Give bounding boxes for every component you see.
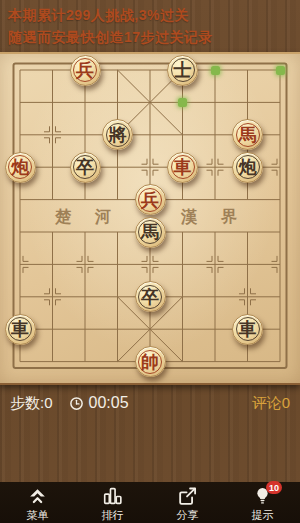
record-holder-text: 随遇而安最快创造17步过关记录 [8, 26, 296, 48]
red-piece-兵[interactable]: 兵 [70, 55, 101, 86]
menu-icon [26, 485, 49, 507]
red-piece-帥[interactable]: 帥 [135, 346, 166, 377]
status-bar: 步数:0 00:05 评论0 [0, 389, 300, 417]
piece-glyph: 炮 [6, 153, 35, 182]
nav-item-share[interactable]: 分享 [150, 482, 225, 523]
share-icon [176, 485, 199, 507]
black-piece-將[interactable]: 將 [102, 119, 133, 150]
red-piece-兵[interactable]: 兵 [135, 184, 166, 215]
black-piece-馬[interactable]: 馬 [135, 217, 166, 248]
piece-glyph: 帥 [136, 347, 165, 376]
black-piece-炮[interactable]: 炮 [232, 152, 263, 183]
ranking-icon [101, 485, 124, 507]
piece-glyph: 士 [168, 56, 197, 85]
xiangqi-board[interactable]: 楚 河 漢 界 兵士將馬炮卒車炮兵馬卒車車帥 [0, 52, 300, 385]
piece-glyph: 卒 [71, 153, 100, 182]
challenge-stats-text: 本期累计299人挑战,3%过关 [8, 4, 296, 26]
nav-label-menu: 菜单 [27, 508, 49, 523]
black-piece-士[interactable]: 士 [167, 55, 198, 86]
hint-count-badge: 10 [266, 481, 282, 494]
elapsed-time: 00:05 [89, 394, 129, 412]
move-count: 步数:0 [10, 394, 53, 413]
nav-item-ranking[interactable]: 排行 [75, 482, 150, 523]
piece-glyph: 馬 [136, 218, 165, 247]
piece-glyph: 兵 [71, 56, 100, 85]
black-piece-卒[interactable]: 卒 [70, 152, 101, 183]
piece-glyph: 炮 [233, 153, 262, 182]
piece-glyph: 卒 [136, 282, 165, 311]
header: 本期累计299人挑战,3%过关 随遇而安最快创造17步过关记录 [8, 4, 296, 48]
piece-glyph: 車 [168, 153, 197, 182]
nav-label-ranking: 排行 [102, 508, 124, 523]
clock [69, 396, 84, 411]
nav-label-hint: 提示 [252, 508, 274, 523]
red-piece-車[interactable]: 車 [167, 152, 198, 183]
red-piece-馬[interactable]: 馬 [232, 119, 263, 150]
nav-label-share: 分享 [177, 508, 199, 523]
piece-glyph: 車 [233, 315, 262, 344]
red-piece-炮[interactable]: 炮 [5, 152, 36, 183]
piece-glyph: 兵 [136, 185, 165, 214]
legal-move-hint-dot[interactable] [178, 98, 187, 107]
legal-move-hint-dot[interactable] [211, 66, 220, 75]
river-label-right: 漢 界 [181, 207, 247, 228]
bottom-nav: 菜单 排行 分享 10 提示 [0, 482, 300, 523]
black-piece-車[interactable]: 車 [232, 314, 263, 345]
clock-icon [69, 396, 84, 411]
nav-item-hint[interactable]: 10 提示 [225, 482, 300, 523]
comments-link[interactable]: 评论0 [252, 394, 290, 413]
piece-glyph: 將 [103, 120, 132, 149]
black-piece-車[interactable]: 車 [5, 314, 36, 345]
piece-glyph: 馬 [233, 120, 262, 149]
piece-glyph: 車 [6, 315, 35, 344]
legal-move-hint-dot[interactable] [276, 66, 285, 75]
nav-item-menu[interactable]: 菜单 [0, 482, 75, 523]
river-label-left: 楚 河 [55, 207, 121, 228]
black-piece-卒[interactable]: 卒 [135, 281, 166, 312]
